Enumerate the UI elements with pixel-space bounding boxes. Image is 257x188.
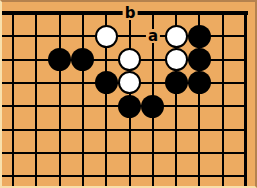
grid-line-vertical [59,11,61,186]
grid-line-horizontal [2,175,247,177]
black-stone [188,48,211,71]
point-label-a: a [146,29,160,43]
black-stone [48,48,71,71]
grid-line-vertical [12,11,14,186]
grid-line-horizontal [2,152,247,154]
board-right-edge-line [244,11,247,186]
white-stone [118,71,141,94]
black-stone [95,71,118,94]
black-stone [71,48,94,71]
grid-line-vertical [35,11,37,186]
grid-line-vertical [222,11,224,186]
white-stone [95,25,118,48]
grid-line-vertical [82,11,84,186]
white-stone [165,48,188,71]
black-stone [188,71,211,94]
go-diagram: ba [0,0,257,188]
black-stone [165,71,188,94]
black-stone [118,95,141,118]
black-stone [141,95,164,118]
go-board: ba [2,2,255,186]
point-label-b: b [123,6,138,20]
white-stone [118,48,141,71]
white-stone [165,25,188,48]
grid-line-horizontal [2,129,247,131]
black-stone [188,25,211,48]
